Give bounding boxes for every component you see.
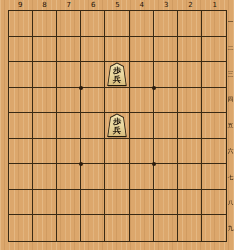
file-label: 5 (105, 0, 129, 10)
cell-4d[interactable] (130, 88, 154, 114)
cell-7i[interactable] (57, 215, 81, 241)
cell-6e[interactable] (81, 113, 105, 139)
cell-5i[interactable] (105, 215, 129, 241)
cell-1d[interactable] (202, 88, 226, 114)
cell-4e[interactable] (130, 113, 154, 139)
cell-3b[interactable] (154, 37, 178, 63)
piece-sente-pawn-5e[interactable]: 歩兵 (107, 113, 127, 137)
cell-9e[interactable] (9, 113, 33, 139)
cell-4c[interactable] (130, 62, 154, 88)
cell-3f[interactable] (154, 139, 178, 165)
file-label: 8 (32, 0, 56, 10)
cell-1a[interactable] (202, 11, 226, 37)
cell-4b[interactable] (130, 37, 154, 63)
piece-face: 歩兵 (108, 114, 126, 136)
cell-2c[interactable] (178, 62, 202, 88)
cell-5b[interactable] (105, 37, 129, 63)
rank-label: 七 (227, 165, 234, 189)
cell-5g[interactable] (105, 164, 129, 190)
cell-8a[interactable] (33, 11, 57, 37)
cell-5e[interactable]: 歩兵 (105, 113, 129, 139)
cell-4i[interactable] (130, 215, 154, 241)
cell-9d[interactable] (9, 88, 33, 114)
cell-3i[interactable] (154, 215, 178, 241)
cell-7h[interactable] (57, 190, 81, 216)
piece-kanji-bottom: 兵 (113, 75, 121, 84)
cell-1b[interactable] (202, 37, 226, 63)
cell-3h[interactable] (154, 190, 178, 216)
cell-4f[interactable] (130, 139, 154, 165)
file-label: 9 (8, 0, 32, 10)
rank-label: 九 (227, 217, 234, 241)
cell-7f[interactable] (57, 139, 81, 165)
cell-8h[interactable] (33, 190, 57, 216)
cell-9h[interactable] (9, 190, 33, 216)
cell-8c[interactable] (33, 62, 57, 88)
cell-6h[interactable] (81, 190, 105, 216)
star-point (79, 162, 83, 166)
cell-4g[interactable] (130, 164, 154, 190)
cell-8g[interactable] (33, 164, 57, 190)
cell-6a[interactable] (81, 11, 105, 37)
cell-2e[interactable] (178, 113, 202, 139)
cell-9i[interactable] (9, 215, 33, 241)
cell-3d[interactable] (154, 88, 178, 114)
cell-2i[interactable] (178, 215, 202, 241)
rank-label: 八 (227, 191, 234, 215)
cell-2f[interactable] (178, 139, 202, 165)
cell-8f[interactable] (33, 139, 57, 165)
file-label: 4 (130, 0, 154, 10)
file-label: 3 (154, 0, 178, 10)
cell-5h[interactable] (105, 190, 129, 216)
cell-1i[interactable] (202, 215, 226, 241)
cell-1e[interactable] (202, 113, 226, 139)
cell-9f[interactable] (9, 139, 33, 165)
cell-7d[interactable] (57, 88, 81, 114)
cell-8b[interactable] (33, 37, 57, 63)
cell-7b[interactable] (57, 37, 81, 63)
cell-9a[interactable] (9, 11, 33, 37)
cell-7a[interactable] (57, 11, 81, 37)
cell-6c[interactable] (81, 62, 105, 88)
cell-5c[interactable]: 歩兵 (105, 62, 129, 88)
cell-2d[interactable] (178, 88, 202, 114)
cell-6f[interactable] (81, 139, 105, 165)
file-label: 1 (203, 0, 227, 10)
cell-1g[interactable] (202, 164, 226, 190)
cell-2b[interactable] (178, 37, 202, 63)
rank-label: 六 (227, 140, 234, 164)
cell-6g[interactable] (81, 164, 105, 190)
shogi-board-window: 987654321 一二三四五六七八九 歩兵歩兵 (0, 0, 234, 250)
cell-9g[interactable] (9, 164, 33, 190)
star-point (79, 86, 83, 90)
file-label: 6 (81, 0, 105, 10)
cell-6d[interactable] (81, 88, 105, 114)
file-label: 2 (178, 0, 202, 10)
star-point (152, 162, 156, 166)
cell-8e[interactable] (33, 113, 57, 139)
rank-label: 四 (227, 88, 234, 112)
star-point (152, 86, 156, 90)
piece-kanji-bottom: 兵 (113, 126, 121, 135)
cell-5f[interactable] (105, 139, 129, 165)
cell-5d[interactable] (105, 88, 129, 114)
file-labels: 987654321 (8, 0, 227, 10)
board-grid: 歩兵歩兵 (8, 10, 227, 242)
piece-face: 歩兵 (108, 63, 126, 85)
cell-7e[interactable] (57, 113, 81, 139)
rank-label: 二 (227, 36, 234, 60)
file-label: 7 (57, 0, 81, 10)
cell-1c[interactable] (202, 62, 226, 88)
cell-9c[interactable] (9, 62, 33, 88)
piece-kanji-top: 歩 (113, 117, 121, 126)
rank-label: 三 (227, 62, 234, 86)
cell-6i[interactable] (81, 215, 105, 241)
cell-7g[interactable] (57, 164, 81, 190)
piece-sente-pawn-5c[interactable]: 歩兵 (107, 62, 127, 86)
cell-3c[interactable] (154, 62, 178, 88)
cell-8d[interactable] (33, 88, 57, 114)
cell-4a[interactable] (130, 11, 154, 37)
cell-3e[interactable] (154, 113, 178, 139)
rank-label: 五 (227, 114, 234, 138)
piece-kanji-top: 歩 (113, 66, 121, 75)
cell-5a[interactable] (105, 11, 129, 37)
cell-3g[interactable] (154, 164, 178, 190)
cell-4h[interactable] (130, 190, 154, 216)
cell-2a[interactable] (178, 11, 202, 37)
cell-7c[interactable] (57, 62, 81, 88)
rank-label: 一 (227, 11, 234, 35)
cell-2h[interactable] (178, 190, 202, 216)
cell-6b[interactable] (81, 37, 105, 63)
cell-9b[interactable] (9, 37, 33, 63)
cell-3a[interactable] (154, 11, 178, 37)
cell-8i[interactable] (33, 215, 57, 241)
cell-1f[interactable] (202, 139, 226, 165)
cell-2g[interactable] (178, 164, 202, 190)
cell-1h[interactable] (202, 190, 226, 216)
rank-labels: 一二三四五六七八九 (227, 10, 234, 242)
